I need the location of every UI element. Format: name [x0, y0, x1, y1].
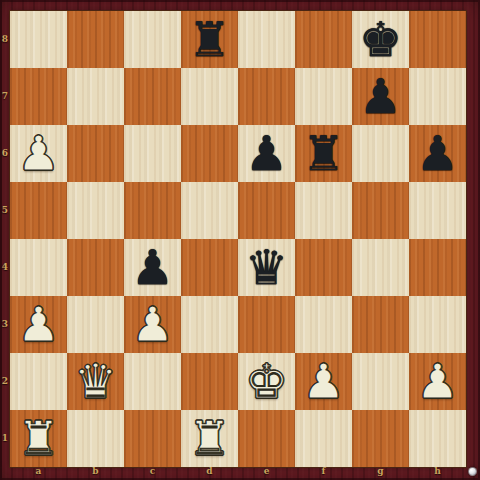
square-h1[interactable] [409, 410, 466, 467]
white-to-move-indicator [468, 467, 477, 476]
board-frame: ♜♚♟♟♟♜♟♟♛♟♟♛♚♟♟♜♜ 87654321abcdefgh [0, 0, 480, 480]
square-f5[interactable] [295, 182, 352, 239]
piece-white-pawn[interactable]: ♟ [17, 296, 60, 353]
square-g6[interactable] [352, 125, 409, 182]
piece-white-pawn[interactable]: ♟ [131, 296, 174, 353]
square-f7[interactable] [295, 68, 352, 125]
piece-black-pawn[interactable]: ♟ [245, 125, 288, 182]
square-e6[interactable]: ♟ [238, 125, 295, 182]
piece-white-pawn[interactable]: ♟ [17, 125, 60, 182]
square-b7[interactable] [67, 68, 124, 125]
square-h7[interactable] [409, 68, 466, 125]
piece-black-rook[interactable]: ♜ [302, 125, 345, 182]
rank-label-3: 3 [0, 319, 10, 329]
square-b2[interactable]: ♛ [67, 353, 124, 410]
square-e5[interactable] [238, 182, 295, 239]
file-label-g: g [352, 466, 409, 478]
rank-label-1: 1 [0, 433, 10, 443]
square-c4[interactable]: ♟ [124, 239, 181, 296]
square-c8[interactable] [124, 11, 181, 68]
piece-white-pawn[interactable]: ♟ [416, 353, 459, 410]
file-label-e: e [238, 466, 295, 478]
square-a1[interactable]: ♜ [10, 410, 67, 467]
piece-black-king[interactable]: ♚ [359, 11, 402, 68]
square-g5[interactable] [352, 182, 409, 239]
file-label-a: a [10, 466, 67, 478]
square-h4[interactable] [409, 239, 466, 296]
piece-black-rook[interactable]: ♜ [188, 11, 231, 68]
square-b1[interactable] [67, 410, 124, 467]
square-a3[interactable]: ♟ [10, 296, 67, 353]
square-e7[interactable] [238, 68, 295, 125]
square-h8[interactable] [409, 11, 466, 68]
square-c5[interactable] [124, 182, 181, 239]
square-c1[interactable] [124, 410, 181, 467]
square-h6[interactable]: ♟ [409, 125, 466, 182]
file-label-f: f [295, 466, 352, 478]
rank-label-2: 2 [0, 376, 10, 386]
square-g7[interactable]: ♟ [352, 68, 409, 125]
file-label-b: b [67, 466, 124, 478]
square-g4[interactable] [352, 239, 409, 296]
square-c3[interactable]: ♟ [124, 296, 181, 353]
piece-black-pawn[interactable]: ♟ [359, 68, 402, 125]
piece-white-rook[interactable]: ♜ [188, 410, 231, 467]
rank-label-7: 7 [0, 91, 10, 101]
square-a5[interactable] [10, 182, 67, 239]
square-e8[interactable] [238, 11, 295, 68]
file-label-d: d [181, 466, 238, 478]
square-f6[interactable]: ♜ [295, 125, 352, 182]
square-e1[interactable] [238, 410, 295, 467]
square-h2[interactable]: ♟ [409, 353, 466, 410]
square-a4[interactable] [10, 239, 67, 296]
piece-black-queen[interactable]: ♛ [245, 239, 288, 296]
square-f3[interactable] [295, 296, 352, 353]
square-g3[interactable] [352, 296, 409, 353]
piece-black-pawn[interactable]: ♟ [416, 125, 459, 182]
square-a8[interactable] [10, 11, 67, 68]
square-d3[interactable] [181, 296, 238, 353]
file-label-c: c [124, 466, 181, 478]
piece-white-pawn[interactable]: ♟ [302, 353, 345, 410]
rank-label-5: 5 [0, 205, 10, 215]
square-d6[interactable] [181, 125, 238, 182]
square-f8[interactable] [295, 11, 352, 68]
square-a2[interactable] [10, 353, 67, 410]
square-f1[interactable] [295, 410, 352, 467]
square-g1[interactable] [352, 410, 409, 467]
piece-white-queen[interactable]: ♛ [74, 353, 117, 410]
square-b6[interactable] [67, 125, 124, 182]
chess-app: { "game": "chess", "position": { "fen": … [0, 0, 480, 480]
square-d8[interactable]: ♜ [181, 11, 238, 68]
square-g2[interactable] [352, 353, 409, 410]
square-b4[interactable] [67, 239, 124, 296]
rank-label-8: 8 [0, 34, 10, 44]
square-b5[interactable] [67, 182, 124, 239]
square-b8[interactable] [67, 11, 124, 68]
square-b3[interactable] [67, 296, 124, 353]
square-f2[interactable]: ♟ [295, 353, 352, 410]
square-a6[interactable]: ♟ [10, 125, 67, 182]
file-label-h: h [409, 466, 466, 478]
rank-label-6: 6 [0, 148, 10, 158]
piece-white-rook[interactable]: ♜ [17, 410, 60, 467]
square-d4[interactable] [181, 239, 238, 296]
square-d7[interactable] [181, 68, 238, 125]
square-g8[interactable]: ♚ [352, 11, 409, 68]
piece-white-king[interactable]: ♚ [245, 353, 288, 410]
rank-label-4: 4 [0, 262, 10, 272]
square-h5[interactable] [409, 182, 466, 239]
square-d2[interactable] [181, 353, 238, 410]
piece-black-pawn[interactable]: ♟ [131, 239, 174, 296]
square-a7[interactable] [10, 68, 67, 125]
square-h3[interactable] [409, 296, 466, 353]
square-e3[interactable] [238, 296, 295, 353]
square-f4[interactable] [295, 239, 352, 296]
chess-board[interactable]: ♜♚♟♟♟♜♟♟♛♟♟♛♚♟♟♜♜ [10, 11, 466, 467]
square-e2[interactable]: ♚ [238, 353, 295, 410]
square-c2[interactable] [124, 353, 181, 410]
square-e4[interactable]: ♛ [238, 239, 295, 296]
square-d1[interactable]: ♜ [181, 410, 238, 467]
square-c6[interactable] [124, 125, 181, 182]
square-d5[interactable] [181, 182, 238, 239]
square-c7[interactable] [124, 68, 181, 125]
